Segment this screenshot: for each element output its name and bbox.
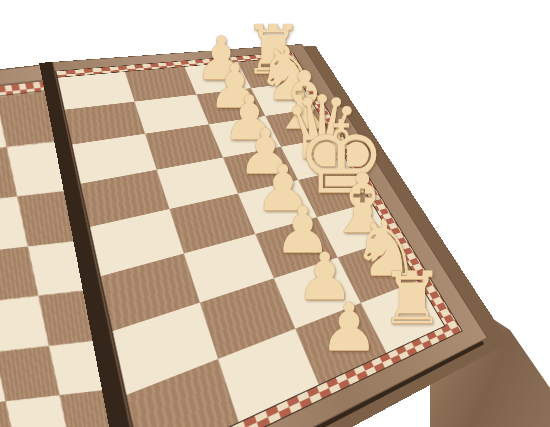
piece-white-rook[interactable]: ♜: [380, 261, 445, 333]
product-photo-scene: ♜♞♝♛♚♝♞♜♟♟♟♟♟♟♟♟: [0, 0, 550, 427]
piece-white-pawn[interactable]: ♟: [319, 295, 378, 361]
pieces-layer: ♜♞♝♛♚♝♞♜♟♟♟♟♟♟♟♟: [0, 0, 550, 427]
